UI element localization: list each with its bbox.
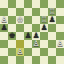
square-c6[interactable] [40, 40, 48, 48]
white-pawn-h3: ♙ [1, 16, 8, 24]
square-a3[interactable] [56, 16, 64, 24]
square-f7[interactable]: ♙ [16, 48, 24, 56]
square-g7[interactable] [8, 48, 16, 56]
square-f6[interactable] [16, 40, 24, 48]
square-d4[interactable] [32, 24, 40, 32]
square-c4[interactable]: ♟ [40, 24, 48, 32]
white-rook-b2: ♖ [49, 8, 56, 16]
square-f3[interactable]: ♔ [16, 16, 24, 24]
square-f1[interactable] [16, 0, 24, 8]
square-e3[interactable] [24, 16, 32, 24]
square-g2[interactable] [8, 8, 16, 16]
square-b5[interactable] [48, 32, 56, 40]
square-c1[interactable] [40, 0, 48, 8]
square-d2[interactable] [32, 8, 40, 16]
white-pawn-a6: ♙ [57, 40, 64, 48]
square-f2[interactable] [16, 8, 24, 16]
square-h8[interactable] [0, 56, 8, 64]
square-c3[interactable]: ♖ [40, 16, 48, 24]
square-h5[interactable] [0, 32, 8, 40]
square-g6[interactable] [8, 40, 16, 48]
square-a2[interactable] [56, 8, 64, 16]
square-f4[interactable] [16, 24, 24, 32]
square-e2[interactable] [24, 8, 32, 16]
square-g8[interactable] [8, 56, 16, 64]
square-b4[interactable] [48, 24, 56, 32]
square-b3[interactable]: ♟ [48, 16, 56, 24]
square-a4[interactable] [56, 24, 64, 32]
square-b1[interactable] [48, 0, 56, 8]
square-d8[interactable] [32, 56, 40, 64]
white-rook-c3: ♖ [41, 16, 48, 24]
square-h2[interactable] [0, 8, 8, 16]
square-a1[interactable] [56, 0, 64, 8]
square-e5[interactable]: ♟ [24, 32, 32, 40]
square-b7[interactable] [48, 48, 56, 56]
square-e4[interactable] [24, 24, 32, 32]
square-c5[interactable] [40, 32, 48, 40]
square-h1[interactable] [0, 0, 8, 8]
chess-board: ♖♙♔♖♟♟♟♚♟♟♙♙♙ [0, 0, 64, 64]
black-pawn-h4: ♟ [1, 24, 8, 32]
square-a6[interactable]: ♙ [56, 40, 64, 48]
black-king-g5: ♚ [9, 32, 16, 40]
square-b2[interactable]: ♖ [48, 8, 56, 16]
square-e6[interactable] [24, 40, 32, 48]
square-g3[interactable] [8, 16, 16, 24]
square-h4[interactable]: ♟ [0, 24, 8, 32]
square-b6[interactable] [48, 40, 56, 48]
square-d3[interactable] [32, 16, 40, 24]
square-d5[interactable]: ♟ [32, 32, 40, 40]
square-g5[interactable]: ♚ [8, 32, 16, 40]
square-c2[interactable] [40, 8, 48, 16]
square-h7[interactable] [0, 48, 8, 56]
black-pawn-e5: ♟ [25, 32, 32, 40]
white-pawn-f7: ♙ [17, 48, 24, 56]
black-pawn-d5: ♟ [33, 32, 40, 40]
white-king-f3: ♔ [17, 16, 24, 24]
square-g1[interactable] [8, 0, 16, 8]
square-c8[interactable] [40, 56, 48, 64]
black-pawn-c4: ♟ [41, 24, 48, 32]
square-d1[interactable] [32, 0, 40, 8]
square-f5[interactable] [16, 32, 24, 40]
black-pawn-b3: ♟ [49, 16, 56, 24]
square-e8[interactable] [24, 56, 32, 64]
square-h6[interactable] [0, 40, 8, 48]
square-h3[interactable]: ♙ [0, 16, 8, 24]
white-pawn-d6: ♙ [33, 40, 40, 48]
square-e7[interactable] [24, 48, 32, 56]
square-d6[interactable]: ♙ [32, 40, 40, 48]
square-f8[interactable] [16, 56, 24, 64]
square-d7[interactable] [32, 48, 40, 56]
square-a8[interactable] [56, 56, 64, 64]
square-a7[interactable] [56, 48, 64, 56]
square-c7[interactable] [40, 48, 48, 56]
square-a5[interactable] [56, 32, 64, 40]
square-e1[interactable] [24, 0, 32, 8]
square-b8[interactable] [48, 56, 56, 64]
square-g4[interactable] [8, 24, 16, 32]
